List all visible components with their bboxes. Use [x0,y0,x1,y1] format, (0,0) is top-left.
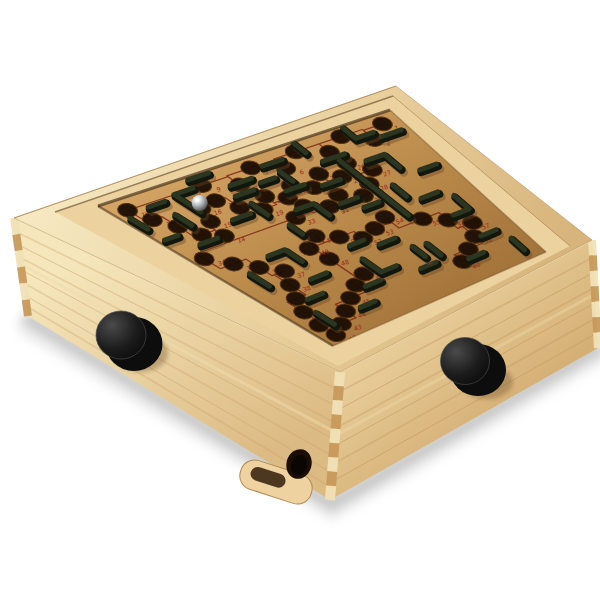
wall [165,235,182,245]
photo-stage: 1 2 3 4 5 6 7 8 9 10 11 12 13 14 15 16 1… [0,0,600,600]
labyrinth-game: 1 2 3 4 5 6 7 8 9 10 11 12 13 14 15 16 1… [0,0,600,600]
wall [261,178,279,188]
